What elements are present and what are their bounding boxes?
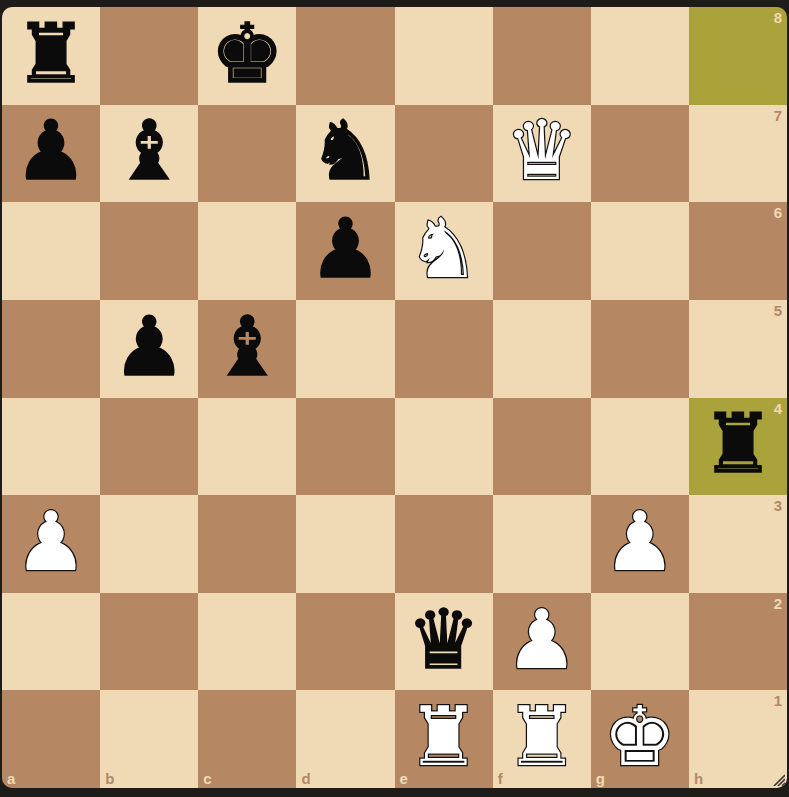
piece-black-pawn[interactable]: ♟ (296, 202, 394, 300)
square-e1[interactable]: ♜e (395, 690, 493, 788)
square-d3[interactable] (296, 495, 394, 593)
file-label-h: h (694, 770, 703, 787)
square-g3[interactable]: ♟ (591, 495, 689, 593)
resize-handle-icon[interactable] (770, 771, 785, 786)
square-f1[interactable]: ♜f (493, 690, 591, 788)
square-d2[interactable] (296, 593, 394, 691)
square-a6[interactable] (2, 202, 100, 300)
square-d4[interactable] (296, 398, 394, 496)
square-f2[interactable]: ♟ (493, 593, 591, 691)
square-c1[interactable]: c (198, 690, 296, 788)
square-h8[interactable]: 8 (689, 7, 787, 105)
piece-black-bishop[interactable]: ♝ (198, 300, 296, 398)
square-c8[interactable]: ♚ (198, 7, 296, 105)
piece-black-rook[interactable]: ♜ (689, 398, 787, 496)
square-b5[interactable]: ♟ (100, 300, 198, 398)
piece-black-queen[interactable]: ♛ (395, 593, 493, 691)
rank-label-1: 1 (774, 692, 782, 709)
square-b1[interactable]: b (100, 690, 198, 788)
square-b7[interactable]: ♝ (100, 105, 198, 203)
square-f4[interactable] (493, 398, 591, 496)
piece-black-knight[interactable]: ♞ (296, 105, 394, 203)
square-c3[interactable] (198, 495, 296, 593)
rank-label-7: 7 (774, 107, 782, 124)
square-g6[interactable] (591, 202, 689, 300)
square-f7[interactable]: ♛ (493, 105, 591, 203)
piece-black-king[interactable]: ♚ (198, 7, 296, 105)
square-g8[interactable] (591, 7, 689, 105)
square-h6[interactable]: 6 (689, 202, 787, 300)
square-h4[interactable]: ♜4 (689, 398, 787, 496)
piece-white-knight[interactable]: ♞ (395, 202, 493, 300)
piece-black-pawn[interactable]: ♟ (100, 300, 198, 398)
square-g7[interactable] (591, 105, 689, 203)
file-label-c: c (203, 770, 211, 787)
square-c4[interactable] (198, 398, 296, 496)
square-e7[interactable] (395, 105, 493, 203)
file-label-b: b (105, 770, 114, 787)
rank-label-3: 3 (774, 497, 782, 514)
rank-label-6: 6 (774, 204, 782, 221)
square-c7[interactable] (198, 105, 296, 203)
piece-white-pawn[interactable]: ♟ (591, 495, 689, 593)
piece-black-rook[interactable]: ♜ (2, 7, 100, 105)
square-e5[interactable] (395, 300, 493, 398)
square-b2[interactable] (100, 593, 198, 691)
square-f5[interactable] (493, 300, 591, 398)
square-c2[interactable] (198, 593, 296, 691)
square-d6[interactable]: ♟ (296, 202, 394, 300)
square-f3[interactable] (493, 495, 591, 593)
square-a7[interactable]: ♟ (2, 105, 100, 203)
square-e6[interactable]: ♞ (395, 202, 493, 300)
piece-black-pawn[interactable]: ♟ (2, 105, 100, 203)
square-h1[interactable]: 1h (689, 690, 787, 788)
square-f8[interactable] (493, 7, 591, 105)
square-g2[interactable] (591, 593, 689, 691)
square-g4[interactable] (591, 398, 689, 496)
square-e4[interactable] (395, 398, 493, 496)
piece-white-pawn[interactable]: ♟ (2, 495, 100, 593)
rank-label-2: 2 (774, 595, 782, 612)
square-d5[interactable] (296, 300, 394, 398)
square-b8[interactable] (100, 7, 198, 105)
piece-white-queen[interactable]: ♛ (493, 105, 591, 203)
square-b3[interactable] (100, 495, 198, 593)
piece-white-king[interactable]: ♚ (591, 690, 689, 788)
square-g5[interactable] (591, 300, 689, 398)
square-g1[interactable]: ♚g (591, 690, 689, 788)
square-d7[interactable]: ♞ (296, 105, 394, 203)
rank-label-8: 8 (774, 9, 782, 26)
square-c5[interactable]: ♝ (198, 300, 296, 398)
square-b4[interactable] (100, 398, 198, 496)
square-h2[interactable]: 2 (689, 593, 787, 691)
square-f6[interactable] (493, 202, 591, 300)
square-a2[interactable] (2, 593, 100, 691)
piece-black-bishop[interactable]: ♝ (100, 105, 198, 203)
square-e3[interactable] (395, 495, 493, 593)
square-a8[interactable]: ♜ (2, 7, 100, 105)
square-a5[interactable] (2, 300, 100, 398)
square-h5[interactable]: 5 (689, 300, 787, 398)
square-a3[interactable]: ♟ (2, 495, 100, 593)
square-c6[interactable] (198, 202, 296, 300)
square-a4[interactable] (2, 398, 100, 496)
square-h3[interactable]: 3 (689, 495, 787, 593)
piece-white-pawn[interactable]: ♟ (493, 593, 591, 691)
piece-white-rook[interactable]: ♜ (395, 690, 493, 788)
square-e8[interactable] (395, 7, 493, 105)
chess-board: ♜♚8♟♝♞♛7♟♞6♟♝5♜4♟♟3♛♟2abcd♜e♜f♚g1h (2, 7, 787, 788)
square-a1[interactable]: a (2, 690, 100, 788)
square-d1[interactable]: d (296, 690, 394, 788)
file-label-d: d (301, 770, 310, 787)
square-b6[interactable] (100, 202, 198, 300)
piece-white-rook[interactable]: ♜ (493, 690, 591, 788)
square-d8[interactable] (296, 7, 394, 105)
square-e2[interactable]: ♛ (395, 593, 493, 691)
square-h7[interactable]: 7 (689, 105, 787, 203)
file-label-a: a (7, 770, 15, 787)
rank-label-5: 5 (774, 302, 782, 319)
